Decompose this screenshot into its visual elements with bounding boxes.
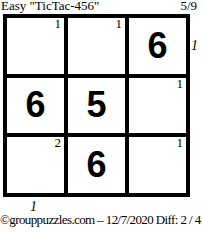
corner-clue: 1	[116, 16, 123, 31]
cell-digit: 6	[25, 87, 45, 123]
cell-digit: 6	[147, 28, 167, 64]
puzzle-page: Easy "TicTac-456" 5/9 1 1 6 6 5 1 2	[0, 0, 202, 233]
cell-r1c1[interactable]: 5	[68, 78, 125, 134]
cell-r0c0[interactable]: 1	[7, 18, 64, 74]
cell-r0c1[interactable]: 1	[68, 18, 125, 74]
page-title: Easy "TicTac-456"	[1, 0, 99, 13]
row-marker-0: 1	[191, 39, 198, 53]
corner-clue: 1	[55, 16, 62, 31]
cell-digit: 5	[86, 87, 106, 123]
cell-r2c2[interactable]: 1	[129, 137, 186, 193]
cell-r2c1[interactable]: 6	[68, 137, 125, 193]
cell-digit: 6	[86, 147, 106, 183]
corner-clue: 2	[55, 135, 62, 150]
corner-clue: 1	[177, 76, 184, 91]
cell-r2c0[interactable]: 2	[7, 137, 64, 193]
copyright-footer: ©grouppuzzles.com – 12/7/2020 Diff: 2 / …	[0, 212, 202, 227]
tictac-board: 1 1 6 6 5 1 2 6	[3, 14, 190, 197]
page-number: 5/9	[180, 0, 197, 13]
corner-clue: 1	[177, 135, 184, 150]
cell-r1c2[interactable]: 1	[129, 78, 186, 134]
cell-r0c2[interactable]: 6	[129, 18, 186, 74]
cell-r1c0[interactable]: 6	[7, 78, 64, 134]
